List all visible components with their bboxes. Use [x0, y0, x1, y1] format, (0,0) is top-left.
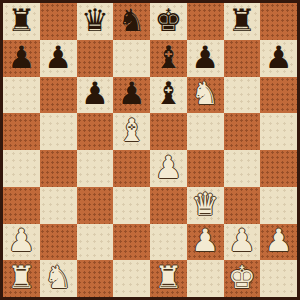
white-queen: ♛: [191, 189, 219, 220]
square-e5[interactable]: [150, 113, 187, 150]
chessboard-grid: ♜♛♞♚♜♟♟♝♟♟♟♟♝♞♝♟♛♟♟♟♟♜♞♜♚: [3, 3, 297, 297]
black-bishop: ♝: [154, 42, 182, 73]
square-d6[interactable]: ♟: [113, 77, 150, 114]
square-f6[interactable]: ♞: [187, 77, 224, 114]
square-e7[interactable]: ♝: [150, 40, 187, 77]
square-h7[interactable]: ♟: [260, 40, 297, 77]
square-c4[interactable]: [77, 150, 114, 187]
square-d7[interactable]: [113, 40, 150, 77]
white-pawn: ♟: [7, 225, 35, 256]
white-rook: ♜: [7, 262, 35, 293]
square-b3[interactable]: [40, 187, 77, 224]
white-pawn: ♟: [191, 225, 219, 256]
square-b1[interactable]: ♞: [40, 260, 77, 297]
square-d4[interactable]: [113, 150, 150, 187]
square-g2[interactable]: ♟: [224, 224, 261, 261]
square-f8[interactable]: [187, 3, 224, 40]
square-a8[interactable]: ♜: [3, 3, 40, 40]
black-bishop: ♝: [154, 78, 182, 109]
black-pawn: ♟: [118, 78, 146, 109]
square-f7[interactable]: ♟: [187, 40, 224, 77]
white-knight: ♞: [191, 78, 219, 109]
white-pawn: ♟: [154, 152, 182, 183]
black-pawn: ♟: [191, 42, 219, 73]
square-e2[interactable]: [150, 224, 187, 261]
square-b4[interactable]: [40, 150, 77, 187]
square-h1[interactable]: [260, 260, 297, 297]
square-g5[interactable]: [224, 113, 261, 150]
square-e3[interactable]: [150, 187, 187, 224]
square-h4[interactable]: [260, 150, 297, 187]
square-a4[interactable]: [3, 150, 40, 187]
white-pawn: ♟: [228, 225, 256, 256]
square-g3[interactable]: [224, 187, 261, 224]
square-e1[interactable]: ♜: [150, 260, 187, 297]
square-f1[interactable]: [187, 260, 224, 297]
chessboard: ♜♛♞♚♜♟♟♝♟♟♟♟♝♞♝♟♛♟♟♟♟♜♞♜♚: [0, 0, 300, 300]
square-b5[interactable]: [40, 113, 77, 150]
white-knight: ♞: [44, 262, 72, 293]
white-king: ♚: [228, 262, 256, 293]
square-g7[interactable]: [224, 40, 261, 77]
square-g6[interactable]: [224, 77, 261, 114]
square-f4[interactable]: [187, 150, 224, 187]
square-c2[interactable]: [77, 224, 114, 261]
square-d1[interactable]: [113, 260, 150, 297]
square-g8[interactable]: ♜: [224, 3, 261, 40]
square-e4[interactable]: ♟: [150, 150, 187, 187]
square-h2[interactable]: ♟: [260, 224, 297, 261]
square-a7[interactable]: ♟: [3, 40, 40, 77]
square-g1[interactable]: ♚: [224, 260, 261, 297]
square-d2[interactable]: [113, 224, 150, 261]
white-bishop: ♝: [118, 115, 146, 146]
square-c3[interactable]: [77, 187, 114, 224]
square-f2[interactable]: ♟: [187, 224, 224, 261]
black-rook: ♜: [7, 5, 35, 36]
square-c7[interactable]: [77, 40, 114, 77]
square-f3[interactable]: ♛: [187, 187, 224, 224]
square-f5[interactable]: [187, 113, 224, 150]
white-pawn: ♟: [265, 225, 293, 256]
black-knight: ♞: [118, 5, 146, 36]
square-b6[interactable]: [40, 77, 77, 114]
black-queen: ♛: [81, 5, 109, 36]
black-pawn: ♟: [44, 42, 72, 73]
square-g4[interactable]: [224, 150, 261, 187]
square-b8[interactable]: [40, 3, 77, 40]
white-rook: ♜: [154, 262, 182, 293]
square-d3[interactable]: [113, 187, 150, 224]
square-c8[interactable]: ♛: [77, 3, 114, 40]
square-h8[interactable]: [260, 3, 297, 40]
square-a6[interactable]: [3, 77, 40, 114]
square-h5[interactable]: [260, 113, 297, 150]
square-h6[interactable]: [260, 77, 297, 114]
square-c5[interactable]: [77, 113, 114, 150]
square-h3[interactable]: [260, 187, 297, 224]
square-d8[interactable]: ♞: [113, 3, 150, 40]
black-pawn: ♟: [265, 42, 293, 73]
square-c1[interactable]: [77, 260, 114, 297]
square-a5[interactable]: [3, 113, 40, 150]
square-a1[interactable]: ♜: [3, 260, 40, 297]
square-b7[interactable]: ♟: [40, 40, 77, 77]
square-b2[interactable]: [40, 224, 77, 261]
black-pawn: ♟: [81, 78, 109, 109]
square-e8[interactable]: ♚: [150, 3, 187, 40]
square-e6[interactable]: ♝: [150, 77, 187, 114]
black-rook: ♜: [228, 5, 256, 36]
square-a2[interactable]: ♟: [3, 224, 40, 261]
square-c6[interactable]: ♟: [77, 77, 114, 114]
square-a3[interactable]: [3, 187, 40, 224]
square-d5[interactable]: ♝: [113, 113, 150, 150]
black-pawn: ♟: [7, 42, 35, 73]
black-king: ♚: [154, 5, 182, 36]
